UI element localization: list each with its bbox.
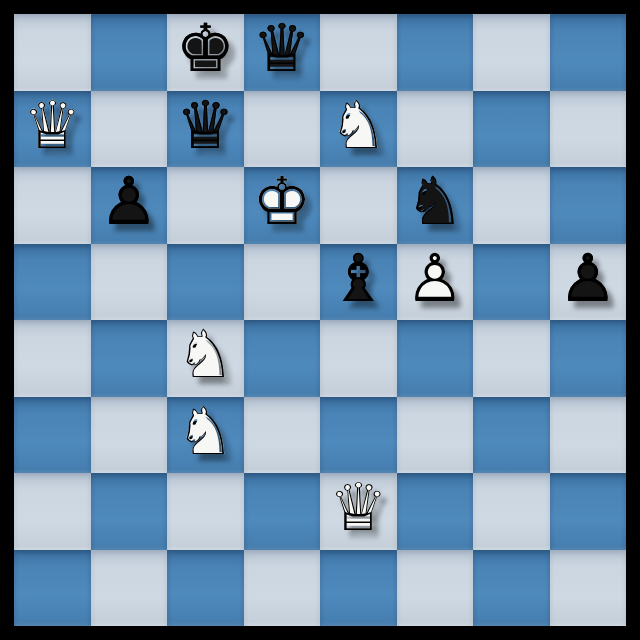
square-d1[interactable] xyxy=(244,550,321,627)
piece-outline-glyph: ♗ xyxy=(320,241,397,318)
piece-black-pawn[interactable]: ♟♙ xyxy=(91,167,168,244)
piece-black-bishop[interactable]: ♝♗ xyxy=(320,244,397,321)
square-d8[interactable]: ♛♕ xyxy=(244,14,321,91)
piece-white-queen[interactable]: ♛♕ xyxy=(14,91,91,168)
piece-outline-glyph: ♔ xyxy=(244,164,321,241)
square-g5[interactable] xyxy=(473,244,550,321)
square-c6[interactable] xyxy=(167,167,244,244)
square-h2[interactable] xyxy=(550,473,627,550)
square-g7[interactable] xyxy=(473,91,550,168)
square-f5[interactable]: ♟♙ xyxy=(397,244,474,321)
square-a2[interactable] xyxy=(14,473,91,550)
square-c5[interactable] xyxy=(167,244,244,321)
square-a7[interactable]: ♛♕ xyxy=(14,91,91,168)
square-e3[interactable] xyxy=(320,397,397,474)
piece-outline-glyph: ♘ xyxy=(320,88,397,165)
square-b2[interactable] xyxy=(91,473,168,550)
piece-white-knight[interactable]: ♞♘ xyxy=(320,91,397,168)
piece-white-knight[interactable]: ♞♘ xyxy=(167,320,244,397)
square-c2[interactable] xyxy=(167,473,244,550)
piece-white-knight[interactable]: ♞♘ xyxy=(167,397,244,474)
square-a8[interactable] xyxy=(14,14,91,91)
square-g4[interactable] xyxy=(473,320,550,397)
square-f1[interactable] xyxy=(397,550,474,627)
square-d4[interactable] xyxy=(244,320,321,397)
square-h1[interactable] xyxy=(550,550,627,627)
piece-outline-glyph: ♘ xyxy=(167,317,244,394)
piece-outline-glyph: ♕ xyxy=(14,88,91,165)
chess-board: ♚♔♛♕♛♕♛♕♞♘♟♙♚♔♞♘♝♗♟♙♟♙♞♘♞♘♛♕ xyxy=(14,14,626,626)
square-b7[interactable] xyxy=(91,91,168,168)
square-g6[interactable] xyxy=(473,167,550,244)
square-a3[interactable] xyxy=(14,397,91,474)
square-d2[interactable] xyxy=(244,473,321,550)
piece-outline-glyph: ♙ xyxy=(91,164,168,241)
piece-outline-glyph: ♕ xyxy=(244,11,321,88)
square-f8[interactable] xyxy=(397,14,474,91)
square-h8[interactable] xyxy=(550,14,627,91)
square-d5[interactable] xyxy=(244,244,321,321)
piece-outline-glyph: ♘ xyxy=(167,394,244,471)
square-a1[interactable] xyxy=(14,550,91,627)
square-b3[interactable] xyxy=(91,397,168,474)
square-e7[interactable]: ♞♘ xyxy=(320,91,397,168)
square-a4[interactable] xyxy=(14,320,91,397)
piece-black-queen[interactable]: ♛♕ xyxy=(244,14,321,91)
chess-board-frame: ♚♔♛♕♛♕♛♕♞♘♟♙♚♔♞♘♝♗♟♙♟♙♞♘♞♘♛♕ xyxy=(0,0,640,640)
piece-outline-glyph: ♔ xyxy=(167,11,244,88)
square-a5[interactable] xyxy=(14,244,91,321)
square-d6[interactable]: ♚♔ xyxy=(244,167,321,244)
piece-outline-glyph: ♙ xyxy=(550,241,627,318)
square-c1[interactable] xyxy=(167,550,244,627)
square-f4[interactable] xyxy=(397,320,474,397)
square-f3[interactable] xyxy=(397,397,474,474)
square-e2[interactable]: ♛♕ xyxy=(320,473,397,550)
piece-outline-glyph: ♕ xyxy=(320,470,397,547)
square-g8[interactable] xyxy=(473,14,550,91)
square-c4[interactable]: ♞♘ xyxy=(167,320,244,397)
square-e6[interactable] xyxy=(320,167,397,244)
square-f7[interactable] xyxy=(397,91,474,168)
square-h5[interactable]: ♟♙ xyxy=(550,244,627,321)
square-g2[interactable] xyxy=(473,473,550,550)
square-f2[interactable] xyxy=(397,473,474,550)
square-c8[interactable]: ♚♔ xyxy=(167,14,244,91)
square-h4[interactable] xyxy=(550,320,627,397)
square-b5[interactable] xyxy=(91,244,168,321)
square-c3[interactable]: ♞♘ xyxy=(167,397,244,474)
square-h7[interactable] xyxy=(550,91,627,168)
square-d7[interactable] xyxy=(244,91,321,168)
square-d3[interactable] xyxy=(244,397,321,474)
piece-black-pawn[interactable]: ♟♙ xyxy=(550,244,627,321)
square-e4[interactable] xyxy=(320,320,397,397)
square-b6[interactable]: ♟♙ xyxy=(91,167,168,244)
square-c7[interactable]: ♛♕ xyxy=(167,91,244,168)
piece-outline-glyph: ♙ xyxy=(397,241,474,318)
piece-black-knight[interactable]: ♞♘ xyxy=(397,167,474,244)
piece-white-king[interactable]: ♚♔ xyxy=(244,167,321,244)
square-b1[interactable] xyxy=(91,550,168,627)
square-h3[interactable] xyxy=(550,397,627,474)
piece-outline-glyph: ♕ xyxy=(167,88,244,165)
square-e8[interactable] xyxy=(320,14,397,91)
piece-black-queen[interactable]: ♛♕ xyxy=(167,91,244,168)
square-e5[interactable]: ♝♗ xyxy=(320,244,397,321)
square-h6[interactable] xyxy=(550,167,627,244)
square-g1[interactable] xyxy=(473,550,550,627)
piece-white-pawn[interactable]: ♟♙ xyxy=(397,244,474,321)
piece-outline-glyph: ♘ xyxy=(397,164,474,241)
square-f6[interactable]: ♞♘ xyxy=(397,167,474,244)
square-a6[interactable] xyxy=(14,167,91,244)
square-b8[interactable] xyxy=(91,14,168,91)
square-e1[interactable] xyxy=(320,550,397,627)
square-b4[interactable] xyxy=(91,320,168,397)
piece-black-king[interactable]: ♚♔ xyxy=(167,14,244,91)
piece-white-queen[interactable]: ♛♕ xyxy=(320,473,397,550)
square-g3[interactable] xyxy=(473,397,550,474)
